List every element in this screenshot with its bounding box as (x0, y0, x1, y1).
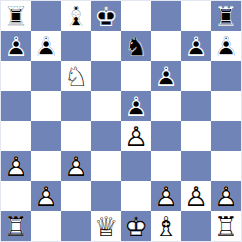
white-bishop-piece[interactable]: ♝♗ (151, 211, 181, 241)
square-e8[interactable] (121, 1, 151, 31)
square-h4[interactable] (211, 121, 241, 151)
square-d8[interactable]: ♚♔ (91, 1, 121, 31)
white-king-piece[interactable]: ♚♔ (121, 211, 151, 241)
white-rook-piece[interactable]: ♜♖ (211, 211, 241, 241)
square-a1[interactable]: ♜♖ (1, 211, 31, 241)
square-d7[interactable] (91, 31, 121, 61)
piece-glyph-fill: ♝ (61, 1, 91, 31)
square-c3[interactable]: ♟♙ (61, 151, 91, 181)
white-pawn-piece[interactable]: ♟♙ (31, 181, 61, 211)
square-f1[interactable]: ♝♗ (151, 211, 181, 241)
piece-glyph-fill: ♟ (121, 91, 151, 121)
square-a8[interactable]: ♜♖ (1, 1, 31, 31)
square-b7[interactable]: ♟♙ (31, 31, 61, 61)
white-pawn-piece[interactable]: ♟♙ (61, 151, 91, 181)
square-g6[interactable] (181, 61, 211, 91)
piece-glyph-outline: ♙ (1, 151, 31, 181)
white-rook-piece[interactable]: ♜♖ (1, 211, 31, 241)
square-d3[interactable] (91, 151, 121, 181)
square-b5[interactable] (31, 91, 61, 121)
piece-glyph-outline: ♙ (31, 181, 61, 211)
black-king-piece[interactable]: ♚♔ (91, 1, 121, 31)
square-c8[interactable]: ♝♗ (61, 1, 91, 31)
square-h8[interactable]: ♜♖ (211, 1, 241, 31)
square-d2[interactable] (91, 181, 121, 211)
piece-glyph-fill: ♞ (61, 61, 91, 91)
black-pawn-piece[interactable]: ♟♙ (181, 31, 211, 61)
square-h3[interactable] (211, 151, 241, 181)
piece-glyph-fill: ♟ (61, 151, 91, 181)
piece-glyph-fill: ♜ (211, 211, 241, 241)
square-a3[interactable]: ♟♙ (1, 151, 31, 181)
square-e2[interactable] (121, 181, 151, 211)
piece-glyph-fill: ♟ (1, 31, 31, 61)
square-e1[interactable]: ♚♔ (121, 211, 151, 241)
piece-glyph-outline: ♕ (91, 211, 121, 241)
black-knight-piece[interactable]: ♞♘ (121, 31, 151, 61)
piece-glyph-outline: ♙ (211, 181, 241, 211)
black-bishop-piece[interactable]: ♝♗ (61, 1, 91, 31)
piece-glyph-fill: ♞ (121, 31, 151, 61)
piece-glyph-fill: ♟ (31, 31, 61, 61)
square-h2[interactable]: ♟♙ (211, 181, 241, 211)
white-knight-piece[interactable]: ♞♘ (61, 61, 91, 91)
square-g5[interactable] (181, 91, 211, 121)
square-c6[interactable]: ♞♘ (61, 61, 91, 91)
piece-glyph-fill: ♟ (151, 61, 181, 91)
piece-glyph-fill: ♚ (91, 1, 121, 31)
piece-glyph-outline: ♙ (121, 91, 151, 121)
piece-glyph-fill: ♟ (211, 181, 241, 211)
piece-glyph-outline: ♘ (121, 31, 151, 61)
white-pawn-piece[interactable]: ♟♙ (121, 121, 151, 151)
square-b3[interactable] (31, 151, 61, 181)
square-a4[interactable] (1, 121, 31, 151)
white-pawn-piece[interactable]: ♟♙ (181, 181, 211, 211)
black-rook-piece[interactable]: ♜♖ (1, 1, 31, 31)
piece-glyph-fill: ♟ (1, 151, 31, 181)
square-a5[interactable] (1, 91, 31, 121)
square-c2[interactable] (61, 181, 91, 211)
square-c5[interactable] (61, 91, 91, 121)
square-a2[interactable] (1, 181, 31, 211)
square-b4[interactable] (31, 121, 61, 151)
piece-glyph-outline: ♙ (181, 31, 211, 61)
piece-glyph-outline: ♖ (211, 1, 241, 31)
square-c4[interactable] (61, 121, 91, 151)
square-e4[interactable]: ♟♙ (121, 121, 151, 151)
black-rook-piece[interactable]: ♜♖ (211, 1, 241, 31)
piece-glyph-fill: ♛ (91, 211, 121, 241)
square-f7[interactable] (151, 31, 181, 61)
square-b2[interactable]: ♟♙ (31, 181, 61, 211)
piece-glyph-fill: ♟ (181, 31, 211, 61)
piece-glyph-fill: ♜ (1, 211, 31, 241)
square-f8[interactable] (151, 1, 181, 31)
square-h6[interactable] (211, 61, 241, 91)
piece-glyph-outline: ♖ (211, 211, 241, 241)
piece-glyph-outline: ♔ (121, 211, 151, 241)
piece-glyph-outline: ♘ (61, 61, 91, 91)
black-pawn-piece[interactable]: ♟♙ (151, 61, 181, 91)
white-pawn-piece[interactable]: ♟♙ (151, 181, 181, 211)
square-b8[interactable] (31, 1, 61, 31)
square-c1[interactable] (61, 211, 91, 241)
square-f5[interactable] (151, 91, 181, 121)
chess-board: ♜♖♝♗♚♔♜♖♟♙♟♙♞♘♟♙♟♙♞♘♟♙♟♙♟♙♟♙♟♙♟♙♟♙♟♙♟♙♜♖… (0, 0, 242, 242)
square-f3[interactable] (151, 151, 181, 181)
piece-glyph-outline: ♗ (151, 211, 181, 241)
black-pawn-piece[interactable]: ♟♙ (121, 91, 151, 121)
square-g3[interactable] (181, 151, 211, 181)
black-pawn-piece[interactable]: ♟♙ (211, 31, 241, 61)
white-pawn-piece[interactable]: ♟♙ (211, 181, 241, 211)
square-e5[interactable]: ♟♙ (121, 91, 151, 121)
piece-glyph-fill: ♟ (121, 121, 151, 151)
square-d6[interactable] (91, 61, 121, 91)
square-c7[interactable] (61, 31, 91, 61)
piece-glyph-fill: ♜ (1, 1, 31, 31)
piece-glyph-outline: ♙ (151, 181, 181, 211)
square-d1[interactable]: ♛♕ (91, 211, 121, 241)
square-a7[interactable]: ♟♙ (1, 31, 31, 61)
square-h5[interactable] (211, 91, 241, 121)
piece-glyph-outline: ♖ (1, 1, 31, 31)
piece-glyph-fill: ♟ (151, 181, 181, 211)
piece-glyph-fill: ♟ (211, 31, 241, 61)
square-h7[interactable]: ♟♙ (211, 31, 241, 61)
square-d4[interactable] (91, 121, 121, 151)
piece-glyph-outline: ♔ (91, 1, 121, 31)
square-e7[interactable]: ♞♘ (121, 31, 151, 61)
black-pawn-piece[interactable]: ♟♙ (1, 31, 31, 61)
square-g2[interactable]: ♟♙ (181, 181, 211, 211)
square-d5[interactable] (91, 91, 121, 121)
piece-glyph-outline: ♙ (121, 121, 151, 151)
square-f4[interactable] (151, 121, 181, 151)
piece-glyph-outline: ♙ (211, 31, 241, 61)
piece-glyph-fill: ♚ (121, 211, 151, 241)
piece-glyph-outline: ♙ (151, 61, 181, 91)
square-b6[interactable] (31, 61, 61, 91)
square-e3[interactable] (121, 151, 151, 181)
piece-glyph-outline: ♖ (1, 211, 31, 241)
black-pawn-piece[interactable]: ♟♙ (31, 31, 61, 61)
piece-glyph-outline: ♗ (61, 1, 91, 31)
square-f6[interactable]: ♟♙ (151, 61, 181, 91)
piece-glyph-outline: ♙ (1, 31, 31, 61)
piece-glyph-outline: ♙ (31, 31, 61, 61)
square-h1[interactable]: ♜♖ (211, 211, 241, 241)
piece-glyph-outline: ♙ (181, 181, 211, 211)
square-g8[interactable] (181, 1, 211, 31)
square-e6[interactable] (121, 61, 151, 91)
piece-glyph-fill: ♜ (211, 1, 241, 31)
square-g7[interactable]: ♟♙ (181, 31, 211, 61)
white-pawn-piece[interactable]: ♟♙ (1, 151, 31, 181)
white-queen-piece[interactable]: ♛♕ (91, 211, 121, 241)
piece-glyph-fill: ♝ (151, 211, 181, 241)
square-a6[interactable] (1, 61, 31, 91)
piece-glyph-fill: ♟ (31, 181, 61, 211)
square-g4[interactable] (181, 121, 211, 151)
square-b1[interactable] (31, 211, 61, 241)
piece-glyph-fill: ♟ (181, 181, 211, 211)
square-f2[interactable]: ♟♙ (151, 181, 181, 211)
square-g1[interactable] (181, 211, 211, 241)
piece-glyph-outline: ♙ (61, 151, 91, 181)
